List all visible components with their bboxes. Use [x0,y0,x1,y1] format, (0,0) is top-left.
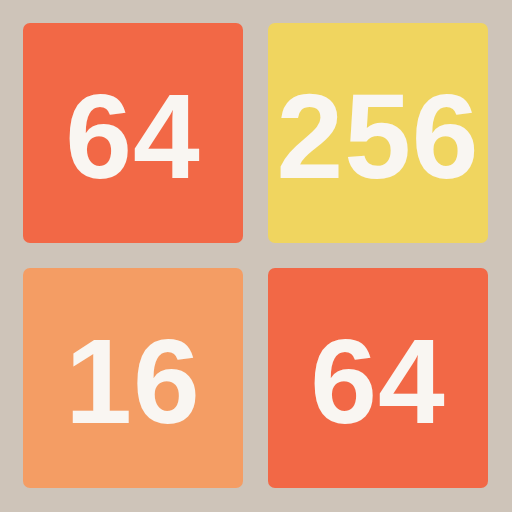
tile-value: 16 [65,321,200,441]
tile-top-right: 256 [268,23,488,243]
tile-value: 256 [276,76,479,196]
tile-value: 64 [310,321,445,441]
tile-value: 64 [65,76,200,196]
board-grid-2048[interactable]: 64 256 16 64 [0,0,512,512]
tile-top-left: 64 [23,23,243,243]
tile-bottom-right: 64 [268,268,488,488]
tile-bottom-left: 16 [23,268,243,488]
